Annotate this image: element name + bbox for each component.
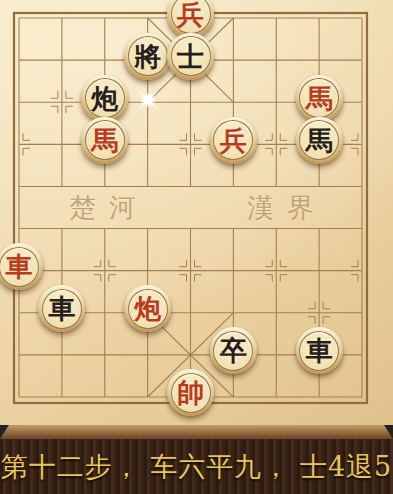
- piece-red-chariot[interactable]: 車: [0, 243, 43, 290]
- piece-red-cannon[interactable]: 炮: [124, 285, 171, 332]
- piece-red-general[interactable]: 帥: [167, 369, 214, 416]
- river-label-right: 漢界: [247, 191, 327, 225]
- board-edge-bevel: [0, 425, 393, 439]
- xiangqi-board[interactable]: 楚河 漢界 兵將士炮馬馬兵馬車車炮卒車帥: [0, 0, 393, 425]
- piece-red-horse[interactable]: 馬: [296, 75, 343, 122]
- river-label-left: 楚河: [69, 191, 149, 225]
- piece-black-cannon[interactable]: 炮: [81, 75, 128, 122]
- piece-black-chariot[interactable]: 車: [38, 285, 85, 332]
- piece-black-general[interactable]: 將: [124, 33, 171, 80]
- piece-black-soldier[interactable]: 卒: [210, 327, 257, 374]
- move-caption-bar: 第十二步， 车六平九， 士4退5: [0, 439, 393, 494]
- piece-black-advisor[interactable]: 士: [167, 33, 214, 80]
- piece-black-chariot[interactable]: 車: [296, 327, 343, 374]
- move-caption-text: 第十二步， 车六平九， 士4退5: [1, 449, 393, 485]
- piece-red-soldier[interactable]: 兵: [210, 117, 257, 164]
- xiangqi-app-screen: 楚河 漢界 兵將士炮馬馬兵馬車車炮卒車帥 第十二步， 车六平九， 士4退5: [0, 0, 393, 494]
- piece-black-horse[interactable]: 馬: [296, 117, 343, 164]
- piece-red-horse[interactable]: 馬: [81, 117, 128, 164]
